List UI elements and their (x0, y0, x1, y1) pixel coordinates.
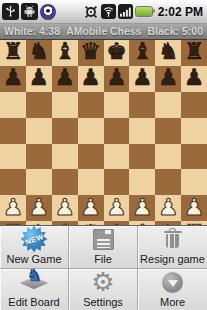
more-button[interactable]: More (138, 269, 207, 310)
resign-game-button[interactable]: Resign game (138, 226, 207, 269)
square-g8[interactable]: ♞ (155, 40, 181, 66)
square-d7[interactable]: ♟ (78, 66, 104, 92)
square-b5[interactable] (26, 118, 52, 144)
square-e7[interactable]: ♟ (104, 66, 130, 92)
black-b-piece: ♝ (54, 40, 75, 63)
square-d5[interactable] (78, 118, 104, 144)
black-p-piece: ♟ (3, 66, 24, 89)
status-bar: 2:02 PM (0, 0, 207, 24)
square-d4[interactable] (78, 144, 104, 170)
square-e4[interactable] (104, 144, 130, 170)
black-k-piece: ♚ (106, 40, 127, 63)
app-title: AMobile Chess (66, 26, 141, 37)
square-b6[interactable] (26, 92, 52, 118)
edit-board-button[interactable]: ♞ Edit Board (0, 269, 69, 310)
new-game-label: New Game (6, 253, 61, 265)
amobile-chess-screen: 2:02 PM White: 4:38 AMobile Chess Black:… (0, 0, 207, 310)
square-f7[interactable]: ♟ (129, 66, 155, 92)
square-a2[interactable]: ♟ (0, 195, 26, 221)
square-e5[interactable] (104, 118, 130, 144)
square-a5[interactable] (0, 118, 26, 144)
square-g4[interactable] (155, 144, 181, 170)
square-f6[interactable] (129, 92, 155, 118)
black-p-piece: ♟ (80, 66, 101, 89)
square-e3[interactable] (104, 169, 130, 195)
square-f4[interactable] (129, 144, 155, 170)
square-c6[interactable] (52, 92, 78, 118)
white-p-piece: ♟ (106, 196, 127, 219)
square-f3[interactable] (129, 169, 155, 195)
white-p-piece: ♟ (132, 196, 153, 219)
floppy-disk-icon (93, 229, 114, 250)
square-d2[interactable]: ♟ (78, 195, 104, 221)
file-button[interactable]: File (69, 226, 138, 269)
square-h3[interactable] (181, 169, 207, 195)
square-h4[interactable] (181, 144, 207, 170)
square-e6[interactable] (104, 92, 130, 118)
square-h7[interactable]: ♟ (181, 66, 207, 92)
settings-button[interactable]: ⚙ Settings (69, 269, 138, 310)
black-clock: Black: 5:00 (148, 26, 203, 37)
status-left-icons (2, 3, 56, 20)
options-menu-grid: NEW New Game File (0, 226, 207, 310)
square-b4[interactable] (26, 144, 52, 170)
battery-icon (135, 6, 153, 17)
square-a3[interactable] (0, 169, 26, 195)
resign-game-label: Resign game (140, 253, 205, 265)
white-p-piece: ♟ (158, 196, 179, 219)
more-down-icon (162, 272, 183, 293)
options-menu: Mo NEW New Game File (0, 225, 207, 310)
square-d8[interactable]: ♛ (78, 40, 104, 66)
square-h6[interactable] (181, 92, 207, 118)
square-e2[interactable]: ♟ (104, 195, 130, 221)
white-p-piece: ♟ (3, 196, 24, 219)
square-c3[interactable] (52, 169, 78, 195)
black-p-piece: ♟ (132, 66, 153, 89)
square-g7[interactable]: ♟ (155, 66, 181, 92)
square-c8[interactable]: ♝ (52, 40, 78, 66)
clock-time: 2:02 PM (158, 5, 203, 19)
square-b7[interactable]: ♟ (26, 66, 52, 92)
square-a4[interactable] (0, 144, 26, 170)
square-c5[interactable] (52, 118, 78, 144)
edit-board-label: Edit Board (8, 296, 59, 308)
white-p-piece: ♟ (29, 196, 50, 219)
square-d6[interactable] (78, 92, 104, 118)
signal-bars-icon (118, 4, 133, 19)
gps-icon (83, 4, 99, 20)
white-clock: White: 4:38 (4, 26, 60, 37)
black-q-piece: ♛ (80, 40, 101, 63)
white-p-piece: ♟ (184, 196, 205, 219)
square-b8[interactable]: ♞ (26, 40, 52, 66)
black-r-piece: ♜ (184, 40, 205, 63)
square-a8[interactable]: ♜ (0, 40, 26, 66)
black-n-piece: ♞ (29, 40, 50, 63)
square-g5[interactable] (155, 118, 181, 144)
square-f8[interactable]: ♝ (129, 40, 155, 66)
new-game-button[interactable]: NEW New Game (0, 226, 69, 269)
black-b-piece: ♝ (132, 40, 153, 63)
more-label: More (160, 296, 185, 308)
title-bar: White: 4:38 AMobile Chess Black: 5:00 (0, 24, 207, 40)
settings-label: Settings (83, 296, 123, 308)
square-c7[interactable]: ♟ (52, 66, 78, 92)
trash-icon (163, 228, 183, 250)
square-c4[interactable] (52, 144, 78, 170)
knight-icon: ♞ (20, 270, 48, 294)
black-n-piece: ♞ (158, 40, 179, 63)
black-p-piece: ♟ (106, 66, 127, 89)
square-h5[interactable] (181, 118, 207, 144)
app-notification-icon (40, 4, 56, 20)
black-p-piece: ♟ (184, 66, 205, 89)
square-h2[interactable]: ♟ (181, 195, 207, 221)
chess-board: ♜♞♝♛♚♝♞♜♟♟♟♟♟♟♟♟♟♟♟♟♟♟♟♟♜♞♝♛♚♝♞♜ (0, 40, 207, 247)
black-p-piece: ♟ (54, 66, 75, 89)
square-g2[interactable]: ♟ (155, 195, 181, 221)
square-h8[interactable]: ♜ (181, 40, 207, 66)
white-p-piece: ♟ (80, 196, 101, 219)
white-p-piece: ♟ (54, 196, 75, 219)
gear-icon: ⚙ (91, 271, 114, 293)
square-b2[interactable]: ♟ (26, 195, 52, 221)
status-right-icons: 2:02 PM (83, 4, 205, 20)
square-g6[interactable] (155, 92, 181, 118)
square-e8[interactable]: ♚ (104, 40, 130, 66)
square-c2[interactable]: ♟ (52, 195, 78, 221)
square-b3[interactable] (26, 169, 52, 195)
network-icon (101, 4, 116, 19)
file-label: File (94, 253, 112, 265)
square-a7[interactable]: ♟ (0, 66, 26, 92)
black-p-piece: ♟ (29, 66, 50, 89)
black-p-piece: ♟ (158, 66, 179, 89)
usb-icon (2, 3, 19, 20)
android-icon (21, 3, 38, 20)
square-a6[interactable] (0, 92, 26, 118)
black-r-piece: ♜ (3, 40, 24, 63)
square-g3[interactable] (155, 169, 181, 195)
square-f5[interactable] (129, 118, 155, 144)
new-badge-icon: NEW (21, 226, 48, 253)
square-d3[interactable] (78, 169, 104, 195)
square-f2[interactable]: ♟ (129, 195, 155, 221)
